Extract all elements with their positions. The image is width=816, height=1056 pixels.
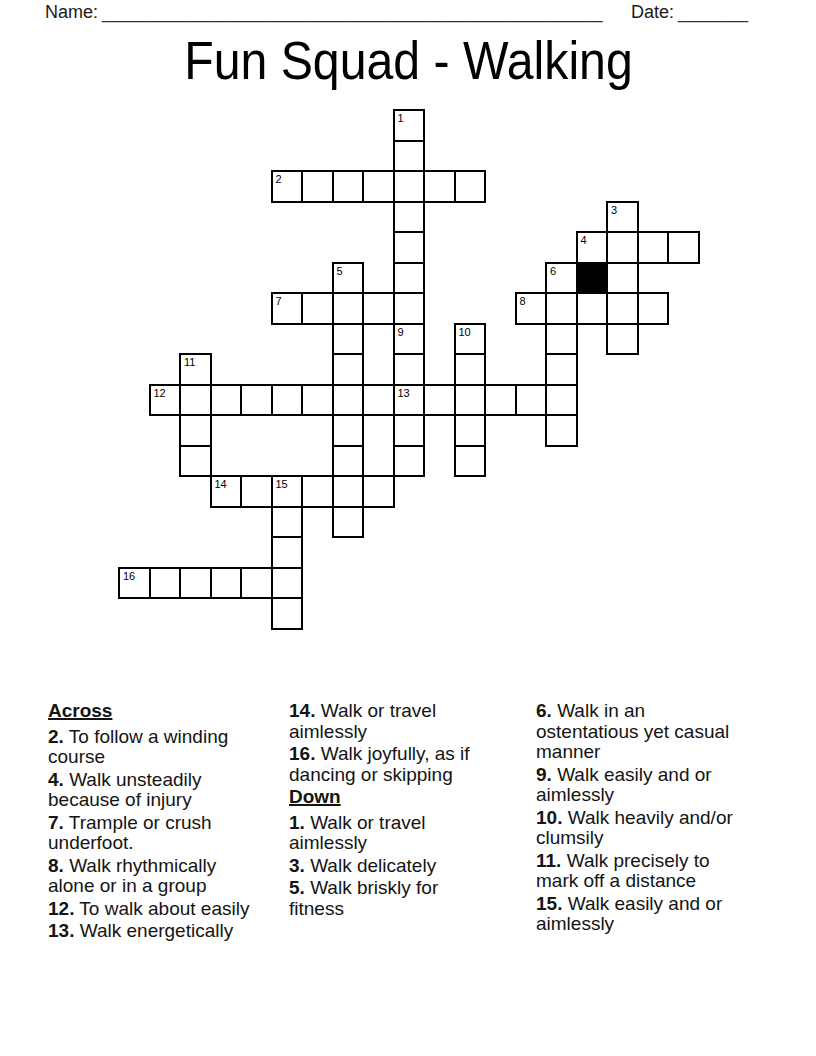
grid-cell[interactable] bbox=[393, 445, 426, 478]
grid-cell[interactable] bbox=[301, 475, 334, 508]
clue-item: 15. Walk easily and or aimlessly bbox=[536, 894, 748, 935]
clue-text: Walk heavily and/or clumsily bbox=[536, 807, 733, 849]
grid-cell[interactable]: 6 bbox=[545, 262, 578, 295]
grid-cell[interactable]: 10 bbox=[454, 323, 487, 356]
cell-number: 12 bbox=[154, 387, 166, 399]
grid-cell[interactable] bbox=[454, 353, 487, 386]
grid-cell[interactable]: 2 bbox=[271, 170, 304, 203]
grid-cell[interactable]: 4 bbox=[576, 231, 609, 264]
black-cell bbox=[576, 262, 609, 295]
clue-number: 11. bbox=[536, 850, 561, 871]
grid-cell[interactable]: 5 bbox=[332, 262, 365, 295]
grid-cell[interactable]: 1 bbox=[393, 109, 426, 142]
grid-cell[interactable] bbox=[362, 292, 395, 325]
grid-cell[interactable] bbox=[301, 292, 334, 325]
grid-cell[interactable] bbox=[393, 353, 426, 386]
grid-cell[interactable] bbox=[179, 445, 212, 478]
clue-item: 14. Walk or travel aimlessly bbox=[289, 701, 485, 742]
clue-item: 12. To walk about easily bbox=[48, 899, 260, 920]
grid-cell[interactable] bbox=[393, 170, 426, 203]
clue-number: 7. bbox=[48, 812, 64, 833]
name-field: Name:___________________________________… bbox=[45, 2, 603, 23]
grid-cell[interactable] bbox=[454, 384, 487, 417]
cell-number: 5 bbox=[337, 265, 343, 277]
grid-cell[interactable] bbox=[179, 384, 212, 417]
clue-number: 15. bbox=[536, 893, 562, 914]
grid-cell[interactable] bbox=[271, 597, 304, 630]
grid-cell[interactable] bbox=[332, 323, 365, 356]
clue-text: Trample or crush underfoot. bbox=[48, 812, 212, 854]
clue-item: 10. Walk heavily and/or clumsily bbox=[536, 808, 748, 849]
down-header: Down bbox=[289, 787, 485, 808]
clues-column-1: Across2. To follow a winding course4. Wa… bbox=[48, 701, 260, 944]
cell-number: 3 bbox=[611, 204, 617, 216]
grid-cell[interactable] bbox=[149, 567, 182, 600]
clues-column-2: 14. Walk or travel aimlessly16. Walk joy… bbox=[289, 701, 485, 921]
grid-cell[interactable] bbox=[332, 414, 365, 447]
clue-number: 4. bbox=[48, 769, 64, 790]
grid-cell[interactable] bbox=[393, 231, 426, 264]
clue-text: Walk precisely to mark off a distance bbox=[536, 850, 710, 892]
grid-cell[interactable] bbox=[179, 414, 212, 447]
grid-cell[interactable] bbox=[606, 323, 639, 356]
clue-text: Walk rhythmically alone or in a group bbox=[48, 855, 216, 897]
clue-text: Walk easily and or aimlessly bbox=[536, 893, 722, 935]
clue-item: 7. Trample or crush underfoot. bbox=[48, 813, 260, 854]
grid-cell[interactable] bbox=[545, 384, 578, 417]
clue-number: 6. bbox=[536, 700, 552, 721]
clue-item: 11. Walk precisely to mark off a distanc… bbox=[536, 851, 748, 892]
cell-number: 13 bbox=[398, 387, 410, 399]
grid-cell[interactable]: 11 bbox=[179, 353, 212, 386]
clue-number: 2. bbox=[48, 726, 64, 747]
grid-cell[interactable] bbox=[545, 353, 578, 386]
grid-cell[interactable] bbox=[667, 231, 700, 264]
clues-column-3: 6. Walk in an ostentatious yet casual ma… bbox=[536, 701, 748, 937]
clue-item: 8. Walk rhythmically alone or in a group bbox=[48, 856, 260, 897]
grid-cell[interactable] bbox=[301, 384, 334, 417]
cell-number: 15 bbox=[276, 478, 288, 490]
grid-cell[interactable] bbox=[332, 475, 365, 508]
clue-number: 10. bbox=[536, 807, 562, 828]
grid-cell[interactable] bbox=[545, 323, 578, 356]
cell-number: 14 bbox=[215, 478, 227, 490]
grid-cell[interactable]: 15 bbox=[271, 475, 304, 508]
grid-cell[interactable] bbox=[271, 384, 304, 417]
clue-number: 8. bbox=[48, 855, 64, 876]
clue-number: 9. bbox=[536, 764, 552, 785]
grid-cell[interactable] bbox=[576, 292, 609, 325]
grid-cell[interactable]: 14 bbox=[210, 475, 243, 508]
clue-text: Walk energetically bbox=[74, 920, 233, 941]
grid-cell[interactable] bbox=[515, 384, 548, 417]
clue-number: 1. bbox=[289, 812, 305, 833]
clue-item: 3. Walk delicately bbox=[289, 856, 485, 877]
clue-number: 16. bbox=[289, 743, 315, 764]
cell-number: 8 bbox=[520, 295, 526, 307]
date-label: Date: bbox=[631, 2, 674, 22]
clue-number: 13. bbox=[48, 920, 74, 941]
grid-cell[interactable] bbox=[301, 170, 334, 203]
clue-item: 5. Walk briskly for fitness bbox=[289, 878, 485, 919]
name-label: Name: bbox=[45, 2, 98, 22]
grid-cell[interactable] bbox=[484, 384, 517, 417]
clue-item: 2. To follow a winding course bbox=[48, 727, 260, 768]
grid-cell[interactable] bbox=[240, 567, 273, 600]
date-blank-line[interactable]: _______ bbox=[678, 2, 748, 22]
cell-number: 2 bbox=[276, 173, 282, 185]
grid-cell[interactable] bbox=[637, 231, 670, 264]
grid-cell[interactable] bbox=[423, 384, 456, 417]
grid-cell[interactable] bbox=[210, 567, 243, 600]
clue-text: Walk briskly for fitness bbox=[289, 877, 438, 919]
clue-number: 12. bbox=[48, 898, 74, 919]
name-blank-line[interactable]: ________________________________________… bbox=[102, 2, 603, 22]
grid-cell[interactable]: 9 bbox=[393, 323, 426, 356]
grid-cell[interactable] bbox=[332, 292, 365, 325]
grid-cell[interactable] bbox=[454, 445, 487, 478]
grid-cell[interactable] bbox=[362, 170, 395, 203]
grid-cell[interactable] bbox=[393, 201, 426, 234]
clue-item: 13. Walk energetically bbox=[48, 921, 260, 942]
grid-cell[interactable]: 3 bbox=[606, 201, 639, 234]
grid-cell[interactable] bbox=[454, 414, 487, 447]
across-header: Across bbox=[48, 701, 260, 722]
cell-number: 11 bbox=[184, 356, 195, 368]
cell-number: 1 bbox=[398, 112, 404, 124]
grid-cell[interactable]: 8 bbox=[515, 292, 548, 325]
grid-cell[interactable]: 16 bbox=[118, 567, 151, 600]
clue-text: Walk joyfully, as if dancing or skipping bbox=[289, 743, 470, 785]
grid-cell[interactable]: 12 bbox=[149, 384, 182, 417]
grid-cell[interactable] bbox=[332, 384, 365, 417]
cell-number: 10 bbox=[459, 326, 471, 338]
cell-number: 6 bbox=[550, 265, 556, 277]
grid-cell[interactable]: 13 bbox=[393, 384, 426, 417]
grid-cell[interactable] bbox=[606, 262, 639, 295]
grid-cell[interactable] bbox=[423, 170, 456, 203]
grid-cell[interactable] bbox=[393, 140, 426, 173]
grid-cell[interactable] bbox=[332, 506, 365, 539]
grid-cell[interactable] bbox=[362, 384, 395, 417]
clue-text: Walk delicately bbox=[305, 855, 436, 876]
clue-text: Walk unsteadily because of injury bbox=[48, 769, 202, 811]
grid-cell[interactable] bbox=[606, 231, 639, 264]
grid-cell[interactable] bbox=[393, 292, 426, 325]
grid-cell[interactable] bbox=[332, 353, 365, 386]
grid-cell[interactable] bbox=[545, 414, 578, 447]
cell-number: 16 bbox=[123, 570, 135, 582]
grid-cell[interactable] bbox=[210, 384, 243, 417]
grid-cell[interactable] bbox=[606, 292, 639, 325]
clue-item: 1. Walk or travel aimlessly bbox=[289, 813, 485, 854]
grid-cell[interactable] bbox=[545, 292, 578, 325]
clue-number: 14. bbox=[289, 700, 315, 721]
clue-text: Walk easily and or aimlessly bbox=[536, 764, 712, 806]
clue-text: To follow a winding course bbox=[48, 726, 228, 768]
grid-cell[interactable] bbox=[637, 292, 670, 325]
grid-cell[interactable] bbox=[332, 445, 365, 478]
clue-item: 4. Walk unsteadily because of injury bbox=[48, 770, 260, 811]
cell-number: 4 bbox=[581, 234, 587, 246]
grid-cell[interactable] bbox=[240, 475, 273, 508]
cell-number: 7 bbox=[276, 295, 282, 307]
puzzle-title: Fun Squad - Walking bbox=[0, 30, 816, 92]
clue-number: 5. bbox=[289, 877, 305, 898]
grid-cell[interactable] bbox=[271, 567, 304, 600]
grid-cell[interactable] bbox=[240, 384, 273, 417]
cell-number: 9 bbox=[398, 326, 404, 338]
clue-text: To walk about easily bbox=[74, 898, 249, 919]
grid-cell[interactable] bbox=[271, 506, 304, 539]
grid-cell[interactable] bbox=[332, 170, 365, 203]
grid-cell[interactable] bbox=[454, 170, 487, 203]
clue-item: 9. Walk easily and or aimlessly bbox=[536, 765, 748, 806]
clue-text: Walk or travel aimlessly bbox=[289, 812, 426, 854]
clue-text: Walk in an ostentatious yet casual manne… bbox=[536, 700, 729, 762]
clue-item: 6. Walk in an ostentatious yet casual ma… bbox=[536, 701, 748, 763]
date-field: Date:_______ bbox=[631, 2, 748, 23]
grid-cell[interactable] bbox=[393, 414, 426, 447]
clue-item: 16. Walk joyfully, as if dancing or skip… bbox=[289, 744, 485, 785]
grid-cell[interactable] bbox=[362, 475, 395, 508]
clue-number: 3. bbox=[289, 855, 305, 876]
grid-cell[interactable] bbox=[393, 262, 426, 295]
grid-cell[interactable] bbox=[271, 536, 304, 569]
crossword-grid: 12345678910111213141516 bbox=[118, 109, 700, 630]
grid-cell[interactable] bbox=[179, 567, 212, 600]
grid-cell[interactable]: 7 bbox=[271, 292, 304, 325]
